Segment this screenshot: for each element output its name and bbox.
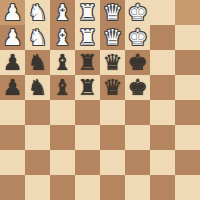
square-c5[interactable]: ♝ <box>50 75 75 100</box>
square-e4[interactable] <box>100 100 125 125</box>
square-e7[interactable]: ♛ <box>100 25 125 50</box>
square-f4[interactable] <box>125 100 150 125</box>
square-b1[interactable] <box>25 175 50 200</box>
square-c6[interactable]: ♝ <box>50 50 75 75</box>
square-a8[interactable]: ♟ <box>0 0 25 25</box>
piece-white-pawn[interactable]: ♟ <box>3 0 23 25</box>
piece-black-knight[interactable]: ♞ <box>28 75 48 100</box>
square-b7[interactable]: ♞ <box>25 25 50 50</box>
square-a6[interactable]: ♟ <box>0 50 25 75</box>
square-h7[interactable] <box>175 25 200 50</box>
square-f6[interactable]: ♚ <box>125 50 150 75</box>
square-c3[interactable] <box>50 125 75 150</box>
square-d3[interactable] <box>75 125 100 150</box>
square-f5[interactable]: ♚ <box>125 75 150 100</box>
piece-white-rook[interactable]: ♜ <box>78 25 98 50</box>
piece-white-king[interactable]: ♚ <box>128 25 148 50</box>
square-h4[interactable] <box>175 100 200 125</box>
square-h1[interactable] <box>175 175 200 200</box>
piece-white-king[interactable]: ♚ <box>128 0 148 25</box>
square-b8[interactable]: ♞ <box>25 0 50 25</box>
square-f2[interactable] <box>125 150 150 175</box>
chess-board: ♟♞♝♜♛♚♟♞♝♜♛♚♟♞♝♜♛♚♟♞♝♜♛♚ <box>0 0 200 200</box>
square-d4[interactable] <box>75 100 100 125</box>
square-b4[interactable] <box>25 100 50 125</box>
square-a1[interactable] <box>0 175 25 200</box>
square-h6[interactable] <box>175 50 200 75</box>
piece-white-bishop[interactable]: ♝ <box>53 0 73 25</box>
piece-white-queen[interactable]: ♛ <box>103 25 123 50</box>
square-d1[interactable] <box>75 175 100 200</box>
piece-white-bishop[interactable]: ♝ <box>53 25 73 50</box>
square-b2[interactable] <box>25 150 50 175</box>
square-c8[interactable]: ♝ <box>50 0 75 25</box>
square-h3[interactable] <box>175 125 200 150</box>
piece-white-rook[interactable]: ♜ <box>78 0 98 25</box>
square-c2[interactable] <box>50 150 75 175</box>
piece-black-knight[interactable]: ♞ <box>28 50 48 75</box>
square-c7[interactable]: ♝ <box>50 25 75 50</box>
square-f8[interactable]: ♚ <box>125 0 150 25</box>
square-e3[interactable] <box>100 125 125 150</box>
square-g5[interactable] <box>150 75 175 100</box>
square-d5[interactable]: ♜ <box>75 75 100 100</box>
piece-black-pawn[interactable]: ♟ <box>3 50 23 75</box>
piece-white-queen[interactable]: ♛ <box>103 0 123 25</box>
square-d2[interactable] <box>75 150 100 175</box>
square-a3[interactable] <box>0 125 25 150</box>
piece-black-king[interactable]: ♚ <box>128 75 148 100</box>
square-c4[interactable] <box>50 100 75 125</box>
square-e5[interactable]: ♛ <box>100 75 125 100</box>
square-h2[interactable] <box>175 150 200 175</box>
square-a4[interactable] <box>0 100 25 125</box>
square-a2[interactable] <box>0 150 25 175</box>
square-b3[interactable] <box>25 125 50 150</box>
square-a5[interactable]: ♟ <box>0 75 25 100</box>
piece-black-bishop[interactable]: ♝ <box>53 75 73 100</box>
square-b5[interactable]: ♞ <box>25 75 50 100</box>
piece-white-pawn[interactable]: ♟ <box>3 25 23 50</box>
piece-black-bishop[interactable]: ♝ <box>53 50 73 75</box>
piece-black-pawn[interactable]: ♟ <box>3 75 23 100</box>
square-h5[interactable] <box>175 75 200 100</box>
square-g6[interactable] <box>150 50 175 75</box>
square-e8[interactable]: ♛ <box>100 0 125 25</box>
piece-black-queen[interactable]: ♛ <box>103 50 123 75</box>
piece-black-king[interactable]: ♚ <box>128 50 148 75</box>
square-a7[interactable]: ♟ <box>0 25 25 50</box>
square-f7[interactable]: ♚ <box>125 25 150 50</box>
piece-black-queen[interactable]: ♛ <box>103 75 123 100</box>
square-h8[interactable] <box>175 0 200 25</box>
square-b6[interactable]: ♞ <box>25 50 50 75</box>
square-g7[interactable] <box>150 25 175 50</box>
square-g3[interactable] <box>150 125 175 150</box>
square-e2[interactable] <box>100 150 125 175</box>
piece-white-knight[interactable]: ♞ <box>28 25 48 50</box>
square-d6[interactable]: ♜ <box>75 50 100 75</box>
square-d7[interactable]: ♜ <box>75 25 100 50</box>
square-g8[interactable] <box>150 0 175 25</box>
piece-white-knight[interactable]: ♞ <box>28 0 48 25</box>
square-d8[interactable]: ♜ <box>75 0 100 25</box>
piece-black-rook[interactable]: ♜ <box>78 50 98 75</box>
square-f3[interactable] <box>125 125 150 150</box>
square-c1[interactable] <box>50 175 75 200</box>
square-e6[interactable]: ♛ <box>100 50 125 75</box>
square-g1[interactable] <box>150 175 175 200</box>
square-e1[interactable] <box>100 175 125 200</box>
square-f1[interactable] <box>125 175 150 200</box>
piece-black-rook[interactable]: ♜ <box>78 75 98 100</box>
square-g2[interactable] <box>150 150 175 175</box>
square-g4[interactable] <box>150 100 175 125</box>
